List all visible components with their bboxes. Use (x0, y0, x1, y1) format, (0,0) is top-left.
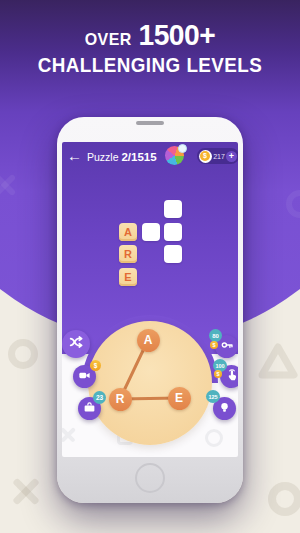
letter-wheel[interactable]: A R E (88, 321, 212, 445)
banner-over-text: OVER (85, 30, 132, 50)
screenshot: OVER 1500+ CHALLENGING LEVELS ← Puzzle 2… (0, 0, 300, 533)
wheel-letter-a[interactable]: A (137, 329, 160, 352)
wheel-letter-r[interactable]: R (109, 388, 132, 411)
coin-amount: 217 (212, 153, 226, 160)
grid-cell-empty (164, 200, 182, 218)
coin-icon: $ (199, 150, 212, 163)
banner-line2-text: CHALLENGING LEVELS (9, 54, 291, 77)
hint-bulb-button[interactable]: 125 (213, 397, 236, 420)
crossword-grid: A R E (119, 200, 182, 286)
gift-chest-button[interactable]: 23 (78, 397, 101, 420)
phone-speaker (136, 121, 164, 125)
tap-finger-icon (225, 368, 239, 386)
grid-tile: A (119, 223, 137, 241)
key-price-badge: 80 (209, 329, 222, 342)
bulb-price-badge: 125 (206, 390, 220, 403)
hint-tap-button[interactable]: 100 $ (220, 365, 238, 388)
decor-ring-icon (268, 482, 300, 516)
decor-x-icon (62, 428, 77, 444)
decor-x-icon (0, 172, 18, 198)
lightbulb-icon (218, 400, 231, 418)
coin-icon: $ (214, 370, 222, 378)
game-screen: ← Puzzle 2/1515 $ 217 + A R E (62, 142, 238, 457)
puzzle-progress: 2/1515 (121, 151, 156, 163)
chest-count-badge: 23 (93, 391, 106, 404)
hint-key-button[interactable]: 80 $ (215, 335, 238, 358)
back-button[interactable]: ← (67, 147, 82, 164)
coin-counter[interactable]: $ 217 + (197, 148, 238, 164)
coin-icon: $ (210, 341, 218, 349)
phone-home-button[interactable] (135, 463, 165, 493)
coin-symbol: $ (200, 151, 210, 161)
grid-cell-empty (164, 245, 182, 263)
watch-video-button[interactable]: $ (73, 365, 96, 388)
banner-number-text: 1500+ (138, 18, 215, 52)
banner: OVER 1500+ CHALLENGING LEVELS (9, 18, 291, 77)
wheel-badge (178, 144, 187, 153)
decor-ring-icon (8, 339, 38, 369)
grid-cell-empty (142, 223, 160, 241)
key-icon (220, 338, 234, 356)
grid-cell-empty (164, 223, 182, 241)
shuffle-icon (68, 334, 84, 354)
shuffle-button[interactable] (62, 330, 90, 358)
grid-tile: R (119, 245, 137, 263)
add-coins-button[interactable]: + (226, 151, 237, 162)
video-reward-badge: $ (90, 360, 101, 371)
decor-x-icon (10, 475, 42, 507)
wheel-letter-e[interactable]: E (168, 387, 191, 410)
puzzle-title: Puzzle 2/1515 (87, 151, 157, 163)
puzzle-label: Puzzle (87, 151, 119, 163)
phone-mockup: ← Puzzle 2/1515 $ 217 + A R E (57, 117, 243, 503)
video-camera-icon (78, 368, 91, 386)
daily-wheel-button[interactable] (165, 146, 184, 165)
decor-triangle-icon (258, 342, 298, 380)
grid-tile: E (119, 268, 137, 286)
